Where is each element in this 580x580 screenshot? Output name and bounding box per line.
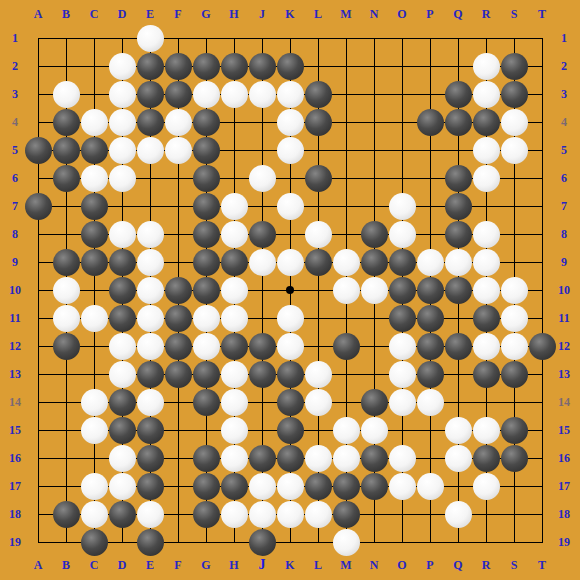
col-label-top: S [511, 7, 518, 22]
stone-black [193, 501, 220, 528]
stone-black [81, 249, 108, 276]
col-label-bottom: T [538, 558, 546, 573]
stone-white [81, 305, 108, 332]
col-label-top: C [90, 7, 99, 22]
row-label-right: 14 [558, 395, 570, 410]
col-label-top: N [370, 7, 379, 22]
stone-white [389, 445, 416, 472]
stone-black [109, 417, 136, 444]
stone-black [53, 249, 80, 276]
star-point [286, 286, 294, 294]
stone-black [109, 501, 136, 528]
stone-white [277, 193, 304, 220]
stone-white [305, 361, 332, 388]
stone-white [53, 305, 80, 332]
stone-white [249, 249, 276, 276]
col-label-bottom: F [174, 558, 181, 573]
row-label-right: 15 [558, 423, 570, 438]
col-label-top: A [34, 7, 43, 22]
col-label-top: K [285, 7, 294, 22]
row-label-right: 5 [561, 143, 567, 158]
stone-white [53, 81, 80, 108]
stone-black [193, 221, 220, 248]
stone-white [333, 249, 360, 276]
stone-black [137, 529, 164, 556]
row-label-left: 18 [9, 507, 21, 522]
stone-black [473, 305, 500, 332]
col-label-top: B [62, 7, 70, 22]
stone-white [221, 193, 248, 220]
stone-black [137, 473, 164, 500]
stone-white [221, 389, 248, 416]
stone-black [445, 221, 472, 248]
stone-black [445, 333, 472, 360]
stone-white [473, 277, 500, 304]
stone-white [473, 165, 500, 192]
stone-black [277, 361, 304, 388]
col-label-top: G [201, 7, 210, 22]
stone-black [193, 109, 220, 136]
stone-black [277, 417, 304, 444]
row-label-right: 4 [561, 115, 567, 130]
stone-black [361, 445, 388, 472]
col-label-top: F [174, 7, 181, 22]
stone-black [305, 249, 332, 276]
stone-white [389, 361, 416, 388]
stone-black [165, 53, 192, 80]
stone-black [193, 193, 220, 220]
col-label-bottom: Q [453, 558, 462, 573]
stone-black [221, 53, 248, 80]
stone-white [193, 81, 220, 108]
stone-white [305, 221, 332, 248]
stone-white [81, 109, 108, 136]
stone-black [501, 445, 528, 472]
row-label-left: 16 [9, 451, 21, 466]
stone-black [137, 81, 164, 108]
stone-white [333, 417, 360, 444]
row-label-left: 8 [12, 227, 18, 242]
row-label-left: 12 [9, 339, 21, 354]
stone-white [165, 109, 192, 136]
stone-white [249, 165, 276, 192]
stone-black [137, 445, 164, 472]
row-label-right: 6 [561, 171, 567, 186]
stone-black [445, 165, 472, 192]
row-label-right: 13 [558, 367, 570, 382]
stone-white [221, 501, 248, 528]
stone-black [193, 249, 220, 276]
stone-white [445, 501, 472, 528]
stone-black [361, 249, 388, 276]
stone-black [81, 529, 108, 556]
stone-white [109, 221, 136, 248]
stone-black [193, 389, 220, 416]
stone-black [25, 137, 52, 164]
stone-white [501, 333, 528, 360]
stone-black [53, 137, 80, 164]
col-label-bottom: O [397, 558, 406, 573]
stone-black [445, 81, 472, 108]
col-label-top: Q [453, 7, 462, 22]
stone-white [473, 81, 500, 108]
stone-black [277, 53, 304, 80]
stone-black [389, 305, 416, 332]
stone-white [277, 501, 304, 528]
stone-white [53, 277, 80, 304]
stone-white [445, 417, 472, 444]
stone-black [193, 165, 220, 192]
stone-white [501, 305, 528, 332]
stone-black [445, 109, 472, 136]
stone-black [305, 473, 332, 500]
stone-black [137, 361, 164, 388]
row-label-right: 1 [561, 31, 567, 46]
stone-white [277, 137, 304, 164]
stone-black [333, 333, 360, 360]
stone-white [137, 305, 164, 332]
stone-white [221, 81, 248, 108]
stone-white [137, 25, 164, 52]
stone-black [249, 361, 276, 388]
stone-white [333, 277, 360, 304]
stone-white [109, 165, 136, 192]
stone-black [445, 193, 472, 220]
stone-white [417, 473, 444, 500]
stone-black [165, 277, 192, 304]
row-label-left: 7 [12, 199, 18, 214]
row-label-right: 9 [561, 255, 567, 270]
stone-white [305, 501, 332, 528]
col-label-top: E [146, 7, 154, 22]
stone-white [473, 417, 500, 444]
stone-white [389, 221, 416, 248]
row-label-right: 7 [561, 199, 567, 214]
stone-black [109, 305, 136, 332]
col-label-top: H [229, 7, 238, 22]
col-label-bottom: S [511, 558, 518, 573]
row-label-right: 17 [558, 479, 570, 494]
col-label-top: J [259, 7, 265, 22]
row-label-left: 19 [9, 535, 21, 550]
stone-black [193, 473, 220, 500]
stone-white [221, 417, 248, 444]
row-label-right: 2 [561, 59, 567, 74]
grid-hline [38, 542, 543, 543]
stone-white [81, 389, 108, 416]
stone-black [193, 137, 220, 164]
stone-black [361, 389, 388, 416]
stone-black [193, 445, 220, 472]
stone-black [249, 333, 276, 360]
stone-black [249, 53, 276, 80]
stone-black [25, 193, 52, 220]
col-label-bottom: M [340, 558, 351, 573]
stone-white [333, 529, 360, 556]
stone-black [165, 333, 192, 360]
col-label-bottom: C [90, 558, 99, 573]
col-label-top: P [426, 7, 433, 22]
stone-black [333, 501, 360, 528]
stone-white [221, 221, 248, 248]
stone-black [53, 165, 80, 192]
col-label-bottom: P [426, 558, 433, 573]
stone-white [137, 501, 164, 528]
stone-white [221, 277, 248, 304]
stone-white [221, 445, 248, 472]
col-label-bottom: L [314, 558, 322, 573]
stone-black [165, 305, 192, 332]
col-label-top: M [340, 7, 351, 22]
row-label-left: 17 [9, 479, 21, 494]
stone-white [473, 137, 500, 164]
row-label-right: 19 [558, 535, 570, 550]
stone-white [221, 305, 248, 332]
stone-white [81, 165, 108, 192]
stone-white [137, 277, 164, 304]
row-label-left: 4 [12, 115, 18, 130]
stone-black [529, 333, 556, 360]
row-label-right: 3 [561, 87, 567, 102]
stone-black [249, 221, 276, 248]
col-label-top: T [538, 7, 546, 22]
col-label-top: R [482, 7, 491, 22]
stone-white [109, 361, 136, 388]
row-label-left: 14 [9, 395, 21, 410]
col-label-bottom: K [285, 558, 294, 573]
stone-white [305, 445, 332, 472]
stone-black [389, 249, 416, 276]
stone-white [473, 53, 500, 80]
col-label-bottom: H [229, 558, 238, 573]
col-label-top: O [397, 7, 406, 22]
stone-white [249, 81, 276, 108]
stone-white [389, 473, 416, 500]
stone-black [389, 277, 416, 304]
stone-white [249, 501, 276, 528]
row-label-right: 11 [558, 311, 569, 326]
row-label-left: 5 [12, 143, 18, 158]
stone-black [193, 361, 220, 388]
col-label-bottom: J [259, 557, 266, 573]
stone-black [193, 277, 220, 304]
stone-white [361, 277, 388, 304]
stone-white [193, 305, 220, 332]
stone-white [333, 445, 360, 472]
stone-white [389, 389, 416, 416]
stone-black [109, 389, 136, 416]
row-label-left: 2 [12, 59, 18, 74]
stone-white [137, 333, 164, 360]
stone-white [249, 473, 276, 500]
col-label-top: L [314, 7, 322, 22]
stone-white [277, 249, 304, 276]
stone-white [277, 333, 304, 360]
stone-black [109, 249, 136, 276]
stone-black [445, 277, 472, 304]
stone-white [473, 473, 500, 500]
stone-white [109, 53, 136, 80]
stone-white [473, 333, 500, 360]
stone-black [137, 109, 164, 136]
stone-white [109, 81, 136, 108]
stone-white [109, 445, 136, 472]
row-label-right: 12 [558, 339, 570, 354]
stone-black [277, 389, 304, 416]
stone-white [389, 193, 416, 220]
row-label-left: 11 [9, 311, 20, 326]
row-label-right: 8 [561, 227, 567, 242]
stone-black [221, 249, 248, 276]
stone-white [305, 389, 332, 416]
stone-white [137, 389, 164, 416]
stone-black [249, 445, 276, 472]
stone-black [53, 333, 80, 360]
stone-black [417, 109, 444, 136]
stone-black [165, 81, 192, 108]
row-label-left: 9 [12, 255, 18, 270]
stone-black [305, 81, 332, 108]
stone-white [277, 109, 304, 136]
stone-white [501, 137, 528, 164]
stone-white [277, 305, 304, 332]
row-label-left: 6 [12, 171, 18, 186]
stone-white [277, 81, 304, 108]
stone-black [137, 417, 164, 444]
stone-black [417, 277, 444, 304]
stone-white [81, 417, 108, 444]
stone-white [221, 361, 248, 388]
stone-black [193, 53, 220, 80]
stone-white [81, 501, 108, 528]
stone-white [81, 473, 108, 500]
stone-black [501, 417, 528, 444]
stone-black [417, 305, 444, 332]
row-label-left: 3 [12, 87, 18, 102]
stone-black [501, 81, 528, 108]
stone-white [417, 389, 444, 416]
stone-white [109, 473, 136, 500]
stone-black [501, 53, 528, 80]
stone-white [109, 333, 136, 360]
row-label-right: 16 [558, 451, 570, 466]
stone-black [137, 53, 164, 80]
col-label-bottom: E [146, 558, 154, 573]
stone-black [473, 445, 500, 472]
stone-black [361, 473, 388, 500]
stone-black [277, 445, 304, 472]
stone-black [305, 109, 332, 136]
row-label-left: 1 [12, 31, 18, 46]
stone-white [165, 137, 192, 164]
stone-black [81, 137, 108, 164]
go-screen: ABCDEFGHJKLMNOPQRST ABCDEFGHJKLMNOPQRST … [0, 0, 580, 580]
stone-black [81, 221, 108, 248]
stone-white [473, 221, 500, 248]
stone-black [417, 333, 444, 360]
stone-black [221, 473, 248, 500]
col-label-top: D [118, 7, 127, 22]
stone-black [473, 361, 500, 388]
col-label-bottom: B [62, 558, 70, 573]
stone-black [81, 193, 108, 220]
row-label-left: 13 [9, 367, 21, 382]
stone-black [417, 361, 444, 388]
stone-white [193, 333, 220, 360]
stone-white [389, 333, 416, 360]
stone-white [445, 445, 472, 472]
row-label-right: 10 [558, 283, 570, 298]
stone-black [53, 109, 80, 136]
col-label-bottom: G [201, 558, 210, 573]
col-label-bottom: D [118, 558, 127, 573]
row-label-left: 15 [9, 423, 21, 438]
stone-black [305, 165, 332, 192]
stone-black [333, 473, 360, 500]
stone-black [501, 361, 528, 388]
stone-white [473, 249, 500, 276]
stone-white [277, 473, 304, 500]
stone-white [109, 109, 136, 136]
row-label-left: 10 [9, 283, 21, 298]
stone-black [109, 277, 136, 304]
grid-vline [542, 38, 543, 543]
stone-black [249, 529, 276, 556]
col-label-bottom: A [34, 558, 43, 573]
stone-white [501, 109, 528, 136]
stone-black [53, 501, 80, 528]
stone-black [165, 361, 192, 388]
row-label-right: 18 [558, 507, 570, 522]
stone-white [137, 137, 164, 164]
stone-white [501, 277, 528, 304]
stone-white [137, 221, 164, 248]
stone-white [109, 137, 136, 164]
col-label-bottom: N [370, 558, 379, 573]
stone-white [361, 417, 388, 444]
stone-white [445, 249, 472, 276]
stone-black [361, 221, 388, 248]
stone-white [417, 249, 444, 276]
col-label-bottom: R [482, 558, 491, 573]
stone-white [137, 249, 164, 276]
stone-black [221, 333, 248, 360]
stone-black [473, 109, 500, 136]
